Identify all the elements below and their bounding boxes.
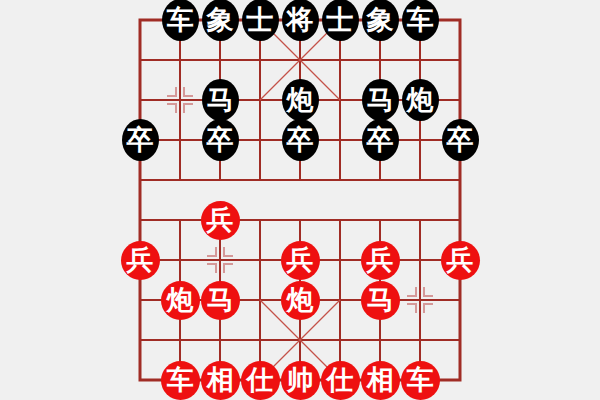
piece-black-horse[interactable]: 马 (202, 79, 239, 121)
piece-red-rook[interactable]: 车 (401, 361, 440, 400)
piece-red-pawn[interactable]: 兵 (121, 241, 160, 280)
piece-red-advisor[interactable]: 仕 (241, 361, 280, 400)
piece-red-horse[interactable]: 马 (201, 281, 240, 320)
piece-red-pawn[interactable]: 兵 (281, 241, 320, 280)
piece-red-cannon[interactable]: 炮 (281, 281, 320, 320)
piece-black-pawn[interactable]: 卒 (442, 119, 479, 161)
piece-black-pawn[interactable]: 卒 (202, 119, 239, 161)
piece-black-rook[interactable]: 车 (402, 0, 439, 41)
piece-red-horse[interactable]: 马 (361, 281, 400, 320)
piece-red-elephant[interactable]: 相 (201, 361, 240, 400)
piece-black-advisor[interactable]: 士 (242, 0, 279, 41)
piece-red-pawn[interactable]: 兵 (201, 201, 240, 240)
piece-black-rook[interactable]: 车 (162, 0, 199, 41)
xiangqi-board: 车象士将士象车马炮马炮卒卒卒卒卒兵兵兵兵兵炮马炮马车相仕帅仕相车 (0, 0, 600, 400)
piece-red-rook[interactable]: 车 (161, 361, 200, 400)
piece-black-pawn[interactable]: 卒 (122, 119, 159, 161)
piece-red-pawn[interactable]: 兵 (361, 241, 400, 280)
piece-black-cannon[interactable]: 炮 (402, 79, 439, 121)
piece-black-elephant[interactable]: 象 (202, 0, 239, 41)
piece-red-pawn[interactable]: 兵 (441, 241, 480, 280)
piece-black-pawn[interactable]: 卒 (282, 119, 319, 161)
piece-black-horse[interactable]: 马 (362, 79, 399, 121)
piece-black-elephant[interactable]: 象 (362, 0, 399, 41)
piece-black-pawn[interactable]: 卒 (362, 119, 399, 161)
piece-red-elephant[interactable]: 相 (361, 361, 400, 400)
piece-black-advisor[interactable]: 士 (322, 0, 359, 41)
piece-black-general[interactable]: 将 (282, 0, 319, 41)
piece-red-general[interactable]: 帅 (281, 361, 320, 400)
piece-red-cannon[interactable]: 炮 (161, 281, 200, 320)
piece-red-advisor[interactable]: 仕 (321, 361, 360, 400)
piece-black-cannon[interactable]: 炮 (282, 79, 319, 121)
pieces-layer: 车象士将士象车马炮马炮卒卒卒卒卒兵兵兵兵兵炮马炮马车相仕帅仕相车 (120, 0, 480, 400)
